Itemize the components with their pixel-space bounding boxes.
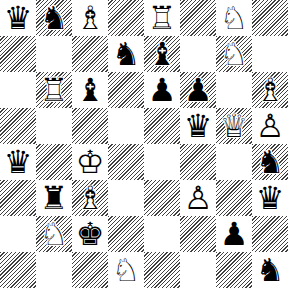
square-a1[interactable] bbox=[0, 252, 36, 288]
square-a3[interactable] bbox=[0, 180, 36, 216]
square-e7[interactable]: ♝ bbox=[144, 36, 180, 72]
square-g8[interactable]: ♞♘ bbox=[216, 0, 252, 36]
square-e4[interactable] bbox=[144, 144, 180, 180]
black-queen-icon: ♛ bbox=[252, 180, 288, 216]
square-c2[interactable]: ♚ bbox=[72, 216, 108, 252]
square-c4[interactable]: ♚♔ bbox=[72, 144, 108, 180]
square-e3[interactable] bbox=[144, 180, 180, 216]
square-h3[interactable]: ♛ bbox=[252, 180, 288, 216]
white-piece-fill: ♞ bbox=[216, 36, 252, 72]
white-rook-icon: ♖ bbox=[36, 72, 72, 108]
square-h6[interactable]: ♝♗ bbox=[252, 72, 288, 108]
square-c5[interactable] bbox=[72, 108, 108, 144]
square-c3[interactable]: ♝♗ bbox=[72, 180, 108, 216]
white-king-icon: ♔ bbox=[72, 144, 108, 180]
black-knight-icon: ♞ bbox=[36, 0, 72, 36]
square-d2[interactable] bbox=[108, 216, 144, 252]
white-piece-fill: ♞ bbox=[108, 252, 144, 288]
white-piece-fill: ♞ bbox=[216, 0, 252, 36]
black-rook-icon: ♜ bbox=[36, 180, 72, 216]
black-queen-icon: ♛ bbox=[180, 108, 216, 144]
square-f8[interactable] bbox=[180, 0, 216, 36]
square-b1[interactable] bbox=[36, 252, 72, 288]
black-knight-icon: ♞ bbox=[252, 144, 288, 180]
white-pawn-icon: ♙ bbox=[180, 180, 216, 216]
white-piece-fill: ♝ bbox=[252, 72, 288, 108]
black-queen-icon: ♛ bbox=[0, 144, 36, 180]
square-g2[interactable]: ♟ bbox=[216, 216, 252, 252]
square-f6[interactable]: ♟ bbox=[180, 72, 216, 108]
square-e1[interactable] bbox=[144, 252, 180, 288]
square-a6[interactable] bbox=[0, 72, 36, 108]
square-f7[interactable] bbox=[180, 36, 216, 72]
black-bishop-icon: ♝ bbox=[72, 72, 108, 108]
white-piece-fill: ♜ bbox=[36, 72, 72, 108]
square-d6[interactable] bbox=[108, 72, 144, 108]
square-c8[interactable]: ♝♗ bbox=[72, 0, 108, 36]
square-b4[interactable] bbox=[36, 144, 72, 180]
square-c7[interactable] bbox=[72, 36, 108, 72]
white-bishop-icon: ♗ bbox=[252, 72, 288, 108]
square-e2[interactable] bbox=[144, 216, 180, 252]
square-a5[interactable] bbox=[0, 108, 36, 144]
square-b7[interactable] bbox=[36, 36, 72, 72]
square-c6[interactable]: ♝ bbox=[72, 72, 108, 108]
square-g1[interactable] bbox=[216, 252, 252, 288]
square-b5[interactable] bbox=[36, 108, 72, 144]
square-d7[interactable]: ♞ bbox=[108, 36, 144, 72]
square-h5[interactable]: ♟♙ bbox=[252, 108, 288, 144]
white-knight-icon: ♘ bbox=[216, 36, 252, 72]
square-d4[interactable] bbox=[108, 144, 144, 180]
square-h4[interactable]: ♞ bbox=[252, 144, 288, 180]
square-a8[interactable]: ♛ bbox=[0, 0, 36, 36]
square-d3[interactable] bbox=[108, 180, 144, 216]
square-a7[interactable] bbox=[0, 36, 36, 72]
square-f5[interactable]: ♛ bbox=[180, 108, 216, 144]
square-a2[interactable] bbox=[0, 216, 36, 252]
white-piece-fill: ♟ bbox=[180, 180, 216, 216]
white-piece-fill: ♛ bbox=[216, 108, 252, 144]
square-f3[interactable]: ♟♙ bbox=[180, 180, 216, 216]
black-knight-icon: ♞ bbox=[108, 36, 144, 72]
square-a4[interactable]: ♛ bbox=[0, 144, 36, 180]
white-piece-fill: ♝ bbox=[72, 0, 108, 36]
square-g6[interactable] bbox=[216, 72, 252, 108]
square-h2[interactable] bbox=[252, 216, 288, 252]
square-f1[interactable] bbox=[180, 252, 216, 288]
chess-board: ♛♞♝♗♜♖♞♘♞♝♞♘♜♖♝♟♟♝♗♛♛♕♟♙♛♚♔♞♜♝♗♟♙♛♞♘♚♟♞♘… bbox=[0, 0, 288, 288]
square-f2[interactable] bbox=[180, 216, 216, 252]
white-knight-icon: ♘ bbox=[36, 216, 72, 252]
black-knight-icon: ♞ bbox=[252, 252, 288, 288]
white-piece-fill: ♜ bbox=[144, 0, 180, 36]
white-bishop-icon: ♗ bbox=[72, 0, 108, 36]
black-queen-icon: ♛ bbox=[0, 0, 36, 36]
square-b8[interactable]: ♞ bbox=[36, 0, 72, 36]
square-e5[interactable] bbox=[144, 108, 180, 144]
white-bishop-icon: ♗ bbox=[72, 180, 108, 216]
white-pawn-icon: ♙ bbox=[252, 108, 288, 144]
white-piece-fill: ♝ bbox=[72, 180, 108, 216]
white-piece-fill: ♞ bbox=[36, 216, 72, 252]
black-king-icon: ♚ bbox=[72, 216, 108, 252]
square-b6[interactable]: ♜♖ bbox=[36, 72, 72, 108]
square-b2[interactable]: ♞♘ bbox=[36, 216, 72, 252]
square-g5[interactable]: ♛♕ bbox=[216, 108, 252, 144]
white-piece-fill: ♚ bbox=[72, 144, 108, 180]
square-e6[interactable]: ♟ bbox=[144, 72, 180, 108]
square-d8[interactable] bbox=[108, 0, 144, 36]
square-f4[interactable] bbox=[180, 144, 216, 180]
square-c1[interactable] bbox=[72, 252, 108, 288]
square-g4[interactable] bbox=[216, 144, 252, 180]
square-g3[interactable] bbox=[216, 180, 252, 216]
black-pawn-icon: ♟ bbox=[216, 216, 252, 252]
square-d5[interactable] bbox=[108, 108, 144, 144]
square-h1[interactable]: ♞ bbox=[252, 252, 288, 288]
square-g7[interactable]: ♞♘ bbox=[216, 36, 252, 72]
white-rook-icon: ♖ bbox=[144, 0, 180, 36]
white-knight-icon: ♘ bbox=[216, 0, 252, 36]
square-b3[interactable]: ♜ bbox=[36, 180, 72, 216]
black-bishop-icon: ♝ bbox=[144, 36, 180, 72]
white-queen-icon: ♕ bbox=[216, 108, 252, 144]
black-pawn-icon: ♟ bbox=[180, 72, 216, 108]
square-h8[interactable] bbox=[252, 0, 288, 36]
white-knight-icon: ♘ bbox=[108, 252, 144, 288]
square-e8[interactable]: ♜♖ bbox=[144, 0, 180, 36]
square-d1[interactable]: ♞♘ bbox=[108, 252, 144, 288]
square-h7[interactable] bbox=[252, 36, 288, 72]
white-piece-fill: ♟ bbox=[252, 108, 288, 144]
black-pawn-icon: ♟ bbox=[144, 72, 180, 108]
